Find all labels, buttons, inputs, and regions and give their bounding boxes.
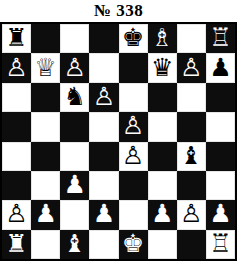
square-c4 [60,142,89,171]
piece-black-bishop: ♝ [180,143,202,168]
square-g4: ♝ [177,142,206,171]
square-e8: ♚ [119,24,148,53]
square-h2: ♟ [206,200,235,229]
piece-white-pawn: ♙ [5,201,27,226]
square-h1: ♖ [206,230,235,259]
square-d1 [89,230,118,259]
square-b1 [31,230,60,259]
square-g1 [177,230,206,259]
piece-black-pawn: ♙ [5,55,27,80]
square-c7: ♙ [60,53,89,82]
square-h5 [206,112,235,141]
square-a5 [2,112,31,141]
square-f1 [148,230,177,259]
square-d8 [89,24,118,53]
piece-white-king: ♚ [122,231,144,256]
square-b5 [31,112,60,141]
square-f4 [148,142,177,171]
piece-black-pawn: ♟ [209,55,231,80]
square-b6 [31,83,60,112]
square-b4 [31,142,60,171]
square-d3 [89,171,118,200]
square-c8 [60,24,89,53]
square-b3 [31,171,60,200]
square-d6: ♙ [89,83,118,112]
piece-white-rook: ♜ [5,231,27,256]
piece-white-rook: ♖ [209,231,231,256]
square-d7 [89,53,118,82]
piece-black-bishop: ♗ [151,25,173,50]
square-b8 [31,24,60,53]
square-d2: ♟ [89,200,118,229]
square-g6 [177,83,206,112]
square-g8 [177,24,206,53]
square-e6 [119,83,148,112]
square-h7: ♟ [206,53,235,82]
square-h6 [206,83,235,112]
square-a7: ♙ [2,53,31,82]
square-h4 [206,142,235,171]
square-g7: ♙ [177,53,206,82]
piece-black-pawn: ♙ [64,55,86,80]
piece-white-queen: ♕ [34,55,56,80]
piece-black-queen: ♛ [151,55,173,80]
piece-black-pawn: ♙ [93,84,115,109]
square-a2: ♙ [2,200,31,229]
square-e3 [119,171,148,200]
square-f7: ♛ [148,53,177,82]
square-f3 [148,171,177,200]
piece-black-knight: ♞ [64,84,86,109]
square-g5 [177,112,206,141]
square-a8: ♜ [2,24,31,53]
square-e7 [119,53,148,82]
square-g3 [177,171,206,200]
square-a3 [2,171,31,200]
square-a1: ♜ [2,230,31,259]
square-h3 [206,171,235,200]
piece-white-pawn: ♙ [180,201,202,226]
piece-white-bishop: ♝ [64,231,86,256]
piece-white-pawn: ♟ [64,172,86,197]
square-a6 [2,83,31,112]
square-e4: ♙ [119,142,148,171]
square-f5 [148,112,177,141]
square-a4 [2,142,31,171]
piece-white-pawn: ♟ [151,201,173,226]
square-b7: ♕ [31,53,60,82]
square-c1: ♝ [60,230,89,259]
square-c6: ♞ [60,83,89,112]
piece-white-pawn: ♙ [122,143,144,168]
square-e5: ♙ [119,112,148,141]
square-c2 [60,200,89,229]
square-f8: ♗ [148,24,177,53]
square-e1: ♚ [119,230,148,259]
puzzle-number: № 338 [0,0,237,22]
square-c5 [60,112,89,141]
square-f2: ♟ [148,200,177,229]
square-c3: ♟ [60,171,89,200]
square-g2: ♙ [177,200,206,229]
square-b2: ♟ [31,200,60,229]
piece-black-pawn: ♙ [180,55,202,80]
piece-white-pawn: ♟ [34,201,56,226]
piece-white-pawn: ♟ [93,201,115,226]
square-d4 [89,142,118,171]
piece-black-pawn: ♙ [122,113,144,138]
piece-black-king: ♚ [122,25,144,50]
piece-black-rook: ♜ [5,25,27,50]
piece-white-pawn: ♟ [209,201,231,226]
square-e2 [119,200,148,229]
square-h8: ♖ [206,24,235,53]
square-d5 [89,112,118,141]
piece-black-rook: ♖ [209,25,231,50]
chess-board: ♜♚♗♖♙♕♙♛♙♟♞♙♙♙♝♟♙♟♟♟♙♟♜♝♚♖ [0,22,237,261]
square-f6 [148,83,177,112]
